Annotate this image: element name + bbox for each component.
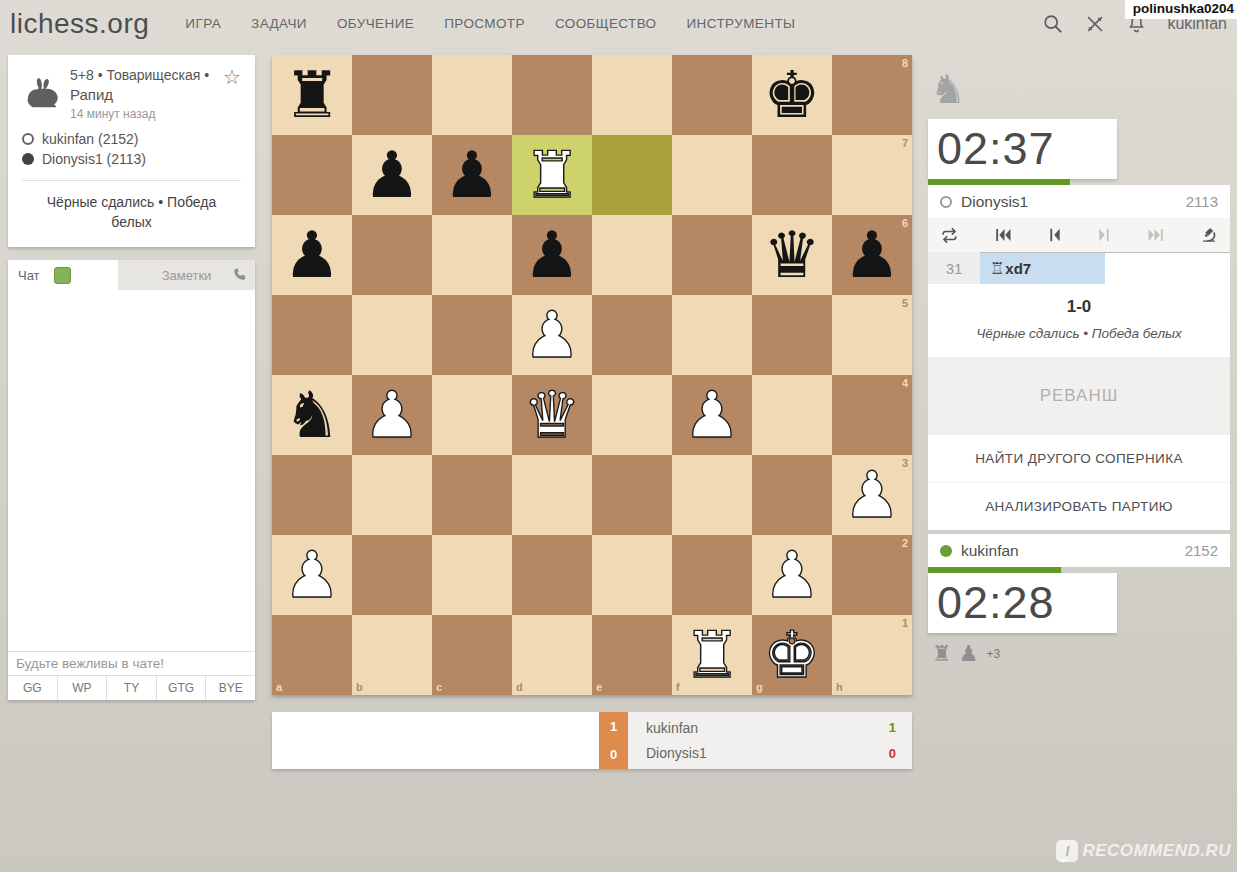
black-queen-piece: ♛ (763, 223, 820, 287)
rank-label-6: 6 (902, 217, 908, 229)
new-opponent-button[interactable]: НАЙТИ ДРУГОГО СОПЕРНИКА (928, 435, 1230, 482)
square-h6[interactable]: ♟6 (832, 215, 912, 295)
square-c2[interactable] (432, 535, 512, 615)
black-player-link[interactable]: Dionysis1 (2113) (22, 151, 241, 167)
chat-quick-buttons: GG WP TY GTG BYE (8, 675, 255, 700)
file-label-e: e (596, 681, 602, 693)
square-h1[interactable]: h1 (832, 615, 912, 695)
lichess-logo[interactable]: lichess.org (10, 8, 149, 40)
square-f5[interactable] (672, 295, 752, 375)
game-speed: Рапид (70, 86, 219, 103)
main-menu: ИГРА ЗАДАЧИ ОБУЧЕНИЕ ПРОСМОТР СООБЩЕСТВО… (185, 16, 795, 31)
square-b2[interactable] (352, 535, 432, 615)
square-c3[interactable] (432, 455, 512, 535)
first-move-icon[interactable] (994, 227, 1012, 243)
black-pawn-piece: ♟ (443, 143, 500, 207)
square-c5[interactable] (432, 295, 512, 375)
square-f4[interactable]: ♟ (672, 375, 752, 455)
player-strip: kukinfan 2152 (928, 534, 1230, 567)
white-queen-piece: ♛ (523, 383, 580, 447)
white-pawn-piece: ♟ (683, 383, 740, 447)
chat-input[interactable] (8, 651, 255, 675)
bookmark-star-icon[interactable]: ☆ (223, 67, 241, 121)
offline-status-icon (940, 196, 952, 208)
move-list: 31 ♖ xd7 (928, 252, 1230, 284)
crosstable-row-black: Dionysis1 0 (628, 741, 912, 767)
black-rook-piece: ♜ (283, 63, 340, 127)
analyze-game-button[interactable]: АНАЛИЗИРОВАТЬ ПАРТИЮ (928, 482, 1230, 530)
square-c8[interactable] (432, 55, 512, 135)
rank-label-7: 7 (902, 137, 908, 149)
square-c6[interactable] (432, 215, 512, 295)
crosstable-white-score: 1 (889, 720, 896, 735)
white-player-link[interactable]: kukinfan (2152) (22, 131, 241, 147)
flip-board-icon[interactable] (940, 226, 959, 245)
black-color-icon (22, 153, 34, 165)
square-d6[interactable]: ♟ (512, 215, 592, 295)
square-g8[interactable]: ♚ (752, 55, 832, 135)
chat-toggle[interactable] (54, 267, 71, 284)
opponent-clock: 02:37 (928, 119, 1117, 179)
square-b7[interactable]: ♟ (352, 135, 432, 215)
rank-label-1: 1 (902, 617, 908, 629)
result-score: 1-0 (928, 297, 1230, 317)
black-pawn-piece: ♟ (843, 223, 900, 287)
move-cell-current[interactable]: ♖ xd7 (980, 253, 1105, 284)
white-pawn-piece: ♟ (523, 303, 580, 367)
quick-button-gg[interactable]: GG (8, 676, 57, 700)
black-pawn-piece: ♟ (283, 223, 340, 287)
rank-label-2: 2 (902, 537, 908, 549)
knight-variant-icon: ♞ (930, 69, 1230, 109)
square-e1[interactable]: e (592, 615, 672, 695)
black-player-name: Dionysis1 (2113) (42, 151, 146, 167)
menu-item-watch[interactable]: ПРОСМОТР (444, 16, 525, 31)
square-e4[interactable] (592, 375, 672, 455)
online-status-icon (940, 545, 952, 557)
square-b1[interactable]: b (352, 615, 432, 695)
top-navigation-bar: lichess.org ИГРА ЗАДАЧИ ОБУЧЕНИЕ ПРОСМОТ… (0, 0, 1237, 47)
game-info-card: 5+8 • Товарищеская • Рапид 14 минут наза… (8, 55, 255, 247)
tab-notes-label: Заметки (162, 268, 212, 283)
white-player-name: kukinfan (2152) (42, 131, 139, 147)
rapid-rabbit-icon (24, 73, 62, 117)
crosstable-score-sheet (272, 712, 599, 769)
move-controls (928, 218, 1230, 252)
black-pawn-piece: ♟ (523, 223, 580, 287)
player-name[interactable]: kukinfan (961, 542, 1019, 560)
file-label-d: d (516, 681, 523, 693)
square-c4[interactable] (432, 375, 512, 455)
square-h2[interactable]: 2 (832, 535, 912, 615)
square-e6[interactable] (592, 215, 672, 295)
game-result-text: Чёрные сдались • Победа белых (22, 192, 241, 233)
square-a7[interactable] (272, 135, 352, 215)
square-f7[interactable] (672, 135, 752, 215)
square-g6[interactable]: ♛ (752, 215, 832, 295)
search-icon[interactable] (1042, 13, 1064, 35)
quick-button-wp[interactable]: WP (57, 676, 107, 700)
square-d5[interactable]: ♟ (512, 295, 592, 375)
white-pawn-piece: ♟ (363, 383, 420, 447)
menu-item-play[interactable]: ИГРА (185, 16, 221, 31)
file-label-a: a (276, 681, 282, 693)
square-b4[interactable]: ♟ (352, 375, 432, 455)
square-e5[interactable] (592, 295, 672, 375)
move-number: 31 (928, 252, 980, 284)
menu-item-tools[interactable]: ИНСТРУМЕНТЫ (687, 16, 796, 31)
square-b8[interactable] (352, 55, 432, 135)
current-score-top: 1 (599, 712, 628, 741)
recommend-bubble-icon: I (1056, 840, 1078, 862)
next-move-icon[interactable] (1097, 227, 1111, 243)
crosstable: 1 0 kukinfan 1 Dionysis1 0 (272, 712, 912, 769)
square-f8[interactable] (672, 55, 752, 135)
square-a6[interactable]: ♟ (272, 215, 352, 295)
last-move-icon[interactable] (1147, 227, 1165, 243)
opponent-name[interactable]: Dionysis1 (961, 193, 1028, 211)
square-g1[interactable]: ♚g (752, 615, 832, 695)
file-label-b: b (356, 681, 363, 693)
square-g7[interactable] (752, 135, 832, 215)
square-d3[interactable] (512, 455, 592, 535)
crosstable-white-name[interactable]: kukinfan (646, 720, 698, 736)
result-description: Чёрные сдались • Победа белых (928, 326, 1230, 341)
file-label-c: c (436, 681, 442, 693)
square-h5[interactable]: 5 (832, 295, 912, 375)
square-a4[interactable]: ♞ (272, 375, 352, 455)
crosstable-black-name[interactable]: Dionysis1 (646, 745, 707, 761)
file-label-f: f (676, 681, 680, 693)
square-g4[interactable] (752, 375, 832, 455)
tab-chat[interactable]: Чат (8, 260, 118, 290)
rank-label-5: 5 (902, 297, 908, 309)
file-label-g: g (756, 681, 763, 693)
square-e7[interactable] (592, 135, 672, 215)
square-a3[interactable] (272, 455, 352, 535)
watermark-username: polinushka0204 (1125, 0, 1237, 19)
game-side-panel: ♞ 02:37 Dionysis1 2113 31 ♖ (928, 55, 1230, 665)
crosstable-black-score: 0 (889, 746, 896, 761)
rematch-button[interactable]: РЕВАНШ (928, 357, 1230, 435)
tab-notes[interactable]: Заметки (118, 260, 255, 290)
recommend-text: RECOMMEND.RU (1082, 841, 1231, 861)
white-rook-piece: ♜ (523, 143, 580, 207)
chess-board: ♜♚8♟♟♜7♟♟♛♟6♟5♞♟♛♟4♟3♟♟2abcde♜f♚gh1 (272, 55, 912, 695)
opponent-rating: 2113 (1186, 193, 1218, 210)
previous-move-icon[interactable] (1048, 227, 1062, 243)
square-f3[interactable] (672, 455, 752, 535)
square-d8[interactable] (512, 55, 592, 135)
square-g5[interactable] (752, 295, 832, 375)
square-e3[interactable] (592, 455, 672, 535)
file-label-h: h (836, 681, 843, 693)
square-f1[interactable]: ♜f (672, 615, 752, 695)
square-a8[interactable]: ♜ (272, 55, 352, 135)
result-block: 1-0 Чёрные сдались • Победа белых (928, 284, 1230, 357)
square-h3[interactable]: ♟3 (832, 455, 912, 535)
square-b6[interactable] (352, 215, 432, 295)
game-time-ago: 14 минут назад (70, 107, 219, 121)
square-g3[interactable] (752, 455, 832, 535)
square-d4[interactable]: ♛ (512, 375, 592, 455)
square-g2[interactable]: ♟ (752, 535, 832, 615)
square-f6[interactable] (672, 215, 752, 295)
white-pawn-piece: ♟ (763, 543, 820, 607)
tab-chat-label: Чат (18, 268, 40, 283)
player-rating: 2152 (1185, 542, 1218, 559)
square-h7[interactable]: 7 (832, 135, 912, 215)
crosstable-players: kukinfan 1 Dionysis1 0 (628, 712, 912, 769)
chat-messages-area (8, 290, 255, 651)
square-a5[interactable] (272, 295, 352, 375)
chat-tabs: Чат Заметки (8, 260, 255, 290)
square-h4[interactable]: 4 (832, 375, 912, 455)
rank-label-3: 3 (902, 457, 908, 469)
captured-pawn-icon: ♟ (959, 643, 979, 665)
square-e2[interactable] (592, 535, 672, 615)
square-a2[interactable]: ♟ (272, 535, 352, 615)
square-d2[interactable] (512, 535, 592, 615)
rook-figurine-icon: ♖ (990, 259, 1004, 278)
square-a1[interactable]: a (272, 615, 352, 695)
white-pawn-piece: ♟ (283, 543, 340, 607)
black-king-piece: ♚ (763, 63, 820, 127)
current-score-bottom: 0 (599, 741, 628, 770)
square-c7[interactable]: ♟ (432, 135, 512, 215)
square-b3[interactable] (352, 455, 432, 535)
captured-pieces: ♜ ♟ +3 (932, 643, 1230, 665)
rank-label-8: 8 (902, 57, 908, 69)
menu-item-community[interactable]: СООБЩЕСТВО (555, 16, 657, 31)
game-time-control: 5+8 • Товарищеская • (70, 67, 219, 83)
white-pawn-piece: ♟ (843, 463, 900, 527)
rank-label-4: 4 (902, 377, 908, 389)
white-king-piece: ♚ (763, 623, 820, 687)
black-knight-piece: ♞ (283, 383, 340, 447)
move-san: xd7 (1005, 260, 1031, 277)
square-d1[interactable]: d (512, 615, 592, 695)
analysis-microscope-icon[interactable] (1200, 226, 1218, 244)
crosstable-row-white: kukinfan 1 (628, 715, 912, 741)
menu-item-learn[interactable]: ОБУЧЕНИЕ (337, 16, 414, 31)
chat-panel: Чат Заметки GG WP TY GTG BYE (8, 260, 255, 700)
player-clock: 02:28 (928, 573, 1117, 633)
divider (22, 180, 241, 181)
square-f2[interactable] (672, 535, 752, 615)
quick-button-ty[interactable]: TY (106, 676, 156, 700)
square-d7[interactable]: ♜ (512, 135, 592, 215)
crosstable-current-column: 1 0 (599, 712, 628, 769)
square-h8[interactable]: 8 (832, 55, 912, 135)
white-rook-piece: ♜ (683, 623, 740, 687)
phone-icon[interactable] (232, 267, 247, 285)
quick-button-bye[interactable]: BYE (205, 676, 255, 700)
material-advantage: +3 (986, 647, 1000, 661)
opponent-strip: Dionysis1 2113 (928, 185, 1230, 218)
white-color-icon (22, 133, 34, 145)
black-pawn-piece: ♟ (363, 143, 420, 207)
menu-item-puzzles[interactable]: ЗАДАЧИ (251, 16, 307, 31)
captured-rook-icon: ♜ (932, 643, 952, 665)
square-e8[interactable] (592, 55, 672, 135)
watermark-recommend: I RECOMMEND.RU (1056, 840, 1231, 862)
quick-button-gtg[interactable]: GTG (156, 676, 206, 700)
square-c1[interactable]: c (432, 615, 512, 695)
challenge-swords-icon[interactable] (1084, 13, 1106, 35)
square-b5[interactable] (352, 295, 432, 375)
